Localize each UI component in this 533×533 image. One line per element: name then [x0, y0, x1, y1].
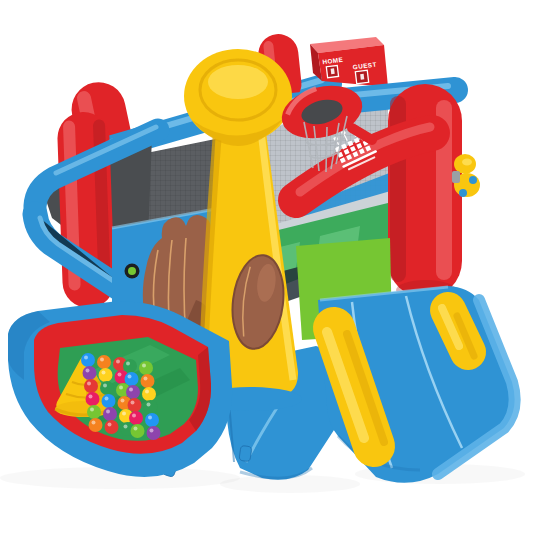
play-ball: [83, 366, 97, 380]
ball-highlight: [121, 399, 125, 403]
play-ball: [99, 368, 113, 382]
play-ball: [126, 385, 140, 399]
ball-highlight: [134, 427, 138, 431]
ball-highlight: [103, 384, 107, 388]
ball-highlight: [92, 421, 96, 425]
scoreboard-guest-box: [355, 70, 368, 83]
ball-highlight: [126, 362, 130, 366]
ball-highlight: [131, 401, 135, 405]
play-ball: [144, 400, 158, 414]
play-ball: [103, 407, 117, 421]
ball-highlight: [102, 371, 106, 375]
ball-highlight: [118, 373, 122, 377]
play-ball: [141, 374, 155, 388]
ball-highlight: [108, 423, 112, 427]
ball-highlight: [100, 358, 104, 362]
scoreboard: HOME GUEST: [310, 37, 388, 87]
play-ball: [147, 426, 161, 440]
play-ball: [123, 359, 137, 373]
play-ball: [89, 418, 103, 432]
play-ball: [81, 353, 95, 367]
ball-highlight: [145, 390, 149, 394]
play-ball: [100, 381, 114, 395]
ball-highlight: [106, 410, 110, 414]
ball-highlight: [89, 395, 93, 399]
play-ball: [125, 372, 139, 386]
ball-highlight: [84, 356, 88, 360]
ball-highlight: [105, 397, 109, 401]
play-ball: [105, 420, 119, 434]
ball-highlight: [144, 377, 148, 381]
ball-highlight: [122, 412, 126, 416]
ball-highlight: [129, 388, 133, 392]
play-ball: [84, 379, 98, 393]
ball-highlight: [87, 382, 91, 386]
play-ball: [86, 392, 100, 406]
ball-highlight: [119, 386, 123, 390]
bounce-house-product-image: HOME GUEST: [0, 0, 533, 533]
ball-highlight: [124, 425, 128, 429]
ball-highlight: [90, 408, 94, 412]
anchor-tab: [239, 445, 252, 461]
ball-highlight: [150, 429, 154, 433]
play-ball: [131, 424, 145, 438]
play-ball: [128, 398, 142, 412]
play-ball: [129, 411, 143, 425]
ball-highlight: [132, 414, 136, 418]
ball-highlight: [116, 360, 120, 364]
play-ball: [142, 387, 156, 401]
product-photo-canvas: HOME GUEST: [0, 0, 533, 533]
play-ball: [139, 361, 153, 375]
slide-rail-right: [442, 308, 474, 356]
play-ball: [102, 394, 116, 408]
ball-highlight: [148, 416, 152, 420]
ball-highlight: [86, 369, 90, 373]
ball-highlight: [142, 364, 146, 368]
ball-highlight: [147, 403, 151, 407]
play-ball: [87, 405, 101, 419]
play-ball: [97, 355, 111, 369]
ball-highlight: [128, 375, 132, 379]
play-ball: [145, 413, 159, 427]
scoreboard-home-box: [326, 65, 338, 77]
